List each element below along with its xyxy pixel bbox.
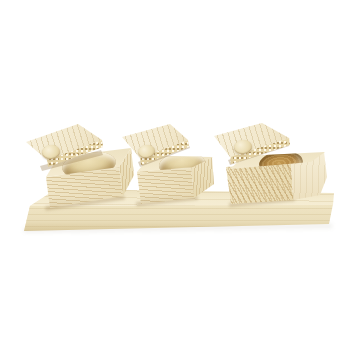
- product-photo: [0, 0, 350, 350]
